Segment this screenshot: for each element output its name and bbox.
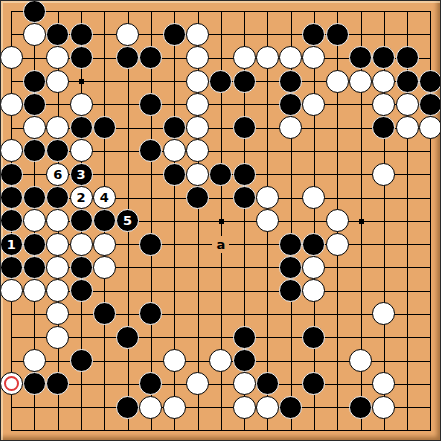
star-point [219,219,224,224]
black-stone [209,70,232,93]
black-stone [70,116,93,139]
white-stone [256,186,279,209]
white-stone [233,372,256,395]
black-stone [419,93,441,116]
white-stone [419,116,441,139]
black-stone [326,23,349,46]
white-stone [372,396,395,419]
black-stone [279,93,302,116]
black-stone [139,139,162,162]
white-stone [163,349,186,372]
black-stone [349,396,372,419]
black-stone [186,186,209,209]
black-stone [233,349,256,372]
black-stone [279,396,302,419]
move-stone-2: 2 [70,186,93,209]
black-stone [93,116,116,139]
white-stone [279,46,302,69]
black-stone [70,279,93,302]
white-stone [93,256,116,279]
white-stone [116,23,139,46]
black-stone [116,46,139,69]
white-stone [326,70,349,93]
white-stone [70,233,93,256]
black-stone [46,23,69,46]
black-stone [23,139,46,162]
white-stone [23,209,46,232]
black-stone [209,163,232,186]
black-stone [396,70,419,93]
grid-line-horizontal [11,430,431,431]
black-stone [163,23,186,46]
black-stone [116,396,139,419]
black-stone [233,70,256,93]
black-stone [23,256,46,279]
white-stone [70,139,93,162]
black-stone [0,163,23,186]
black-stone [139,372,162,395]
black-stone [70,349,93,372]
white-stone [0,46,23,69]
white-stone [70,93,93,116]
black-stone [139,233,162,256]
white-stone [163,396,186,419]
black-stone [233,163,256,186]
black-stone [116,326,139,349]
black-stone [163,116,186,139]
white-stone [23,349,46,372]
white-stone [209,349,232,372]
black-stone [233,326,256,349]
black-stone [46,186,69,209]
white-stone [233,396,256,419]
white-stone [93,233,116,256]
black-stone [279,70,302,93]
white-stone [46,209,69,232]
black-stone [233,116,256,139]
white-stone [0,93,23,116]
star-point [359,219,364,224]
point-label-a: a [212,236,229,253]
black-stone [0,186,23,209]
black-stone [0,256,23,279]
white-stone [349,70,372,93]
white-stone [139,396,162,419]
white-stone [326,233,349,256]
white-stone [326,209,349,232]
black-stone [302,326,325,349]
white-stone [23,23,46,46]
black-stone [93,209,116,232]
white-stone [302,46,325,69]
black-stone [302,372,325,395]
white-stone [186,70,209,93]
move-stone-4: 4 [93,186,116,209]
move-stone-6: 6 [46,163,69,186]
black-stone [302,233,325,256]
white-stone [186,139,209,162]
grid-line-vertical [314,11,315,431]
white-stone [46,302,69,325]
white-stone [163,139,186,162]
white-stone [396,116,419,139]
white-stone [186,93,209,116]
black-stone [163,163,186,186]
white-stone [186,23,209,46]
black-stone [70,23,93,46]
black-stone [0,209,23,232]
black-stone [279,256,302,279]
white-stone [186,163,209,186]
black-stone [23,70,46,93]
black-stone [372,46,395,69]
black-stone [70,209,93,232]
white-stone [256,209,279,232]
white-stone [372,302,395,325]
black-stone [419,70,441,93]
grid-line-horizontal [11,337,431,338]
black-stone [23,233,46,256]
black-stone [70,46,93,69]
white-stone [302,186,325,209]
white-stone [46,256,69,279]
white-stone [279,116,302,139]
white-stone [46,326,69,349]
move-stone-5: 5 [116,209,139,232]
black-stone [46,372,69,395]
white-stone [0,279,23,302]
white-stone [23,116,46,139]
black-stone [23,372,46,395]
white-stone [186,46,209,69]
grid-line-horizontal [11,384,431,385]
white-stone [302,256,325,279]
white-stone [396,93,419,116]
white-stone [372,70,395,93]
black-stone [279,233,302,256]
white-stone [372,163,395,186]
white-stone [233,46,256,69]
white-stone [256,396,279,419]
black-stone [349,46,372,69]
white-stone [372,372,395,395]
white-stone [46,233,69,256]
white-stone [46,70,69,93]
black-stone [70,256,93,279]
circle-marker [4,376,19,391]
white-stone [0,139,23,162]
star-point [79,79,84,84]
black-stone [302,23,325,46]
white-stone [302,279,325,302]
white-stone [23,279,46,302]
black-stone [23,186,46,209]
black-stone [23,93,46,116]
move-stone-1: 1 [0,233,23,256]
white-stone [46,116,69,139]
black-stone [46,139,69,162]
black-stone [139,302,162,325]
marked-white-stone [0,372,23,395]
black-stone [233,186,256,209]
black-stone [139,46,162,69]
black-stone [139,93,162,116]
black-stone [396,46,419,69]
white-stone [302,93,325,116]
white-stone [372,93,395,116]
move-stone-3: 3 [70,163,93,186]
white-stone [46,279,69,302]
black-stone [279,279,302,302]
grid-line-horizontal [11,314,431,315]
black-stone [256,372,279,395]
black-stone [93,302,116,325]
white-stone [46,46,69,69]
go-board: 632451a [0,0,441,441]
white-stone [349,349,372,372]
white-stone [186,116,209,139]
black-stone [23,0,46,23]
white-stone [186,372,209,395]
black-stone [372,116,395,139]
white-stone [256,46,279,69]
